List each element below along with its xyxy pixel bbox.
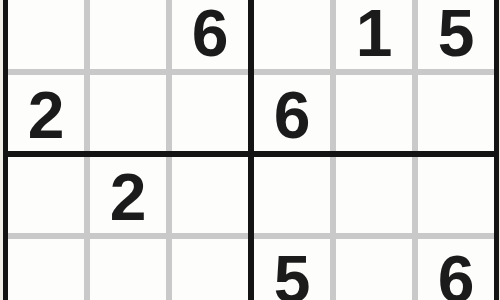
cell-r3c5[interactable] [336,157,412,233]
cell-r2c4: 6 [254,75,330,151]
cell-r4c3[interactable] [172,239,248,300]
cell-r4c6: 6 [418,239,494,300]
given-digit: 6 [274,82,311,148]
cell-r3c2: 2 [90,157,166,233]
cell-r2c6[interactable] [418,75,494,151]
box-divider-horizontal-1 [3,151,499,157]
cell-r1c6: 5 [418,0,494,69]
cell-r4c4: 5 [254,239,330,300]
cell-r3c3[interactable] [172,157,248,233]
sudoku-board: 61526256 [3,0,499,300]
given-digit: 2 [110,164,147,230]
sudoku-image-viewport: 61526256 [0,0,500,300]
cell-r1c1[interactable] [8,0,84,69]
cell-r2c3[interactable] [172,75,248,151]
box-divider-vertical [248,0,254,300]
cell-r2c5[interactable] [336,75,412,151]
cell-r4c5[interactable] [336,239,412,300]
cell-r2c1: 2 [8,75,84,151]
given-digit: 1 [356,0,393,66]
cell-r4c2[interactable] [90,239,166,300]
cell-r4c1[interactable] [8,239,84,300]
given-digit: 2 [28,82,65,148]
cell-r3c1[interactable] [8,157,84,233]
cell-r1c4[interactable] [254,0,330,69]
cell-r1c2[interactable] [90,0,166,69]
cell-r3c4[interactable] [254,157,330,233]
cell-r3c6[interactable] [418,157,494,233]
given-digit: 6 [438,246,475,300]
cell-r1c3: 6 [172,0,248,69]
given-digit: 6 [192,0,229,66]
given-digit: 5 [438,0,475,66]
cell-r2c2[interactable] [90,75,166,151]
given-digit: 5 [274,246,311,300]
cell-r1c5: 1 [336,0,412,69]
